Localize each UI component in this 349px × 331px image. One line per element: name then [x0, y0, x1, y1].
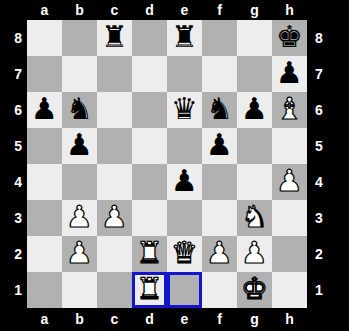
white-knight-icon[interactable]: ♞	[241, 202, 268, 232]
square-e6[interactable]: ♛	[167, 92, 202, 128]
square-f5[interactable]: ♟	[202, 128, 237, 164]
square-c3[interactable]: ♟	[97, 200, 132, 236]
rank-label-left-3: 3	[0, 200, 22, 236]
square-e4[interactable]: ♟	[167, 164, 202, 200]
square-b4[interactable]	[62, 164, 97, 200]
rank-label-right-4: 4	[315, 164, 345, 200]
square-c2[interactable]	[97, 236, 132, 272]
square-b3[interactable]: ♟	[62, 200, 97, 236]
black-knight-icon[interactable]: ♞	[206, 94, 233, 124]
file-label-bottom-f: f	[202, 308, 237, 331]
square-b8[interactable]	[62, 20, 97, 56]
square-g7[interactable]	[237, 56, 272, 92]
square-f1[interactable]	[202, 272, 237, 308]
square-d3[interactable]	[132, 200, 167, 236]
square-c7[interactable]	[97, 56, 132, 92]
square-d8[interactable]	[132, 20, 167, 56]
square-h4[interactable]: ♟	[272, 164, 307, 200]
white-bishop-icon[interactable]: ♝	[276, 94, 303, 124]
black-pawn-icon[interactable]: ♟	[66, 130, 93, 160]
white-rook-icon[interactable]: ♜	[136, 274, 163, 304]
file-label-top-e: e	[167, 0, 202, 20]
black-pawn-icon[interactable]: ♟	[171, 166, 198, 196]
square-b1[interactable]	[62, 272, 97, 308]
square-f7[interactable]	[202, 56, 237, 92]
black-rook-icon[interactable]: ♜	[101, 22, 128, 52]
chess-board: ♜♜♚♟♟♞♛♞♟♝♟♟♟♟♟♟♞♟♜♛♟♟♜♚	[27, 20, 307, 308]
square-c4[interactable]	[97, 164, 132, 200]
square-d6[interactable]	[132, 92, 167, 128]
square-b6[interactable]: ♞	[62, 92, 97, 128]
white-pawn-icon[interactable]: ♟	[206, 238, 233, 268]
square-h5[interactable]	[272, 128, 307, 164]
square-g6[interactable]: ♟	[237, 92, 272, 128]
square-g4[interactable]	[237, 164, 272, 200]
file-label-top-g: g	[237, 0, 272, 20]
white-rook-icon[interactable]: ♜	[136, 238, 163, 268]
square-e1[interactable]	[167, 272, 202, 308]
square-c5[interactable]	[97, 128, 132, 164]
square-a3[interactable]	[27, 200, 62, 236]
black-queen-icon[interactable]: ♛	[171, 94, 198, 124]
rank-label-right-5: 5	[315, 128, 345, 164]
rank-label-right-6: 6	[315, 92, 345, 128]
square-g3[interactable]: ♞	[237, 200, 272, 236]
square-h1[interactable]	[272, 272, 307, 308]
square-c8[interactable]: ♜	[97, 20, 132, 56]
black-pawn-icon[interactable]: ♟	[276, 58, 303, 88]
square-f8[interactable]	[202, 20, 237, 56]
square-g5[interactable]	[237, 128, 272, 164]
chess-diagram: abcdefgh 87654321 ♜♜♚♟♟♞♛♞♟♝♟♟♟♟♟♟♞♟♜♛♟♟…	[0, 0, 349, 331]
white-pawn-icon[interactable]: ♟	[241, 238, 268, 268]
square-c6[interactable]	[97, 92, 132, 128]
rank-label-right-7: 7	[315, 56, 345, 92]
square-h3[interactable]	[272, 200, 307, 236]
file-label-bottom-a: a	[27, 308, 62, 331]
rank-label-right-1: 1	[315, 272, 345, 308]
square-g1[interactable]: ♚	[237, 272, 272, 308]
square-a8[interactable]	[27, 20, 62, 56]
white-pawn-icon[interactable]: ♟	[101, 202, 128, 232]
file-label-top-c: c	[97, 0, 132, 20]
square-d4[interactable]	[132, 164, 167, 200]
square-a2[interactable]	[27, 236, 62, 272]
square-a7[interactable]	[27, 56, 62, 92]
square-e3[interactable]	[167, 200, 202, 236]
rank-label-right-2: 2	[315, 236, 345, 272]
square-e7[interactable]	[167, 56, 202, 92]
square-e2[interactable]: ♛	[167, 236, 202, 272]
square-b2[interactable]: ♟	[62, 236, 97, 272]
file-label-bottom-e: e	[167, 308, 202, 331]
white-pawn-icon[interactable]: ♟	[66, 202, 93, 232]
white-king-icon[interactable]: ♚	[241, 274, 268, 304]
rank-label-left-4: 4	[0, 164, 22, 200]
file-label-bottom-d: d	[132, 308, 167, 331]
square-a1[interactable]	[27, 272, 62, 308]
square-d7[interactable]	[132, 56, 167, 92]
rank-label-left-1: 1	[0, 272, 22, 308]
white-pawn-icon[interactable]: ♟	[66, 238, 93, 268]
square-f4[interactable]	[202, 164, 237, 200]
black-knight-icon[interactable]: ♞	[66, 94, 93, 124]
square-h7[interactable]: ♟	[272, 56, 307, 92]
file-label-bottom-h: h	[272, 308, 307, 331]
square-b7[interactable]	[62, 56, 97, 92]
file-label-top-a: a	[27, 0, 62, 20]
rank-labels-right: 87654321	[307, 20, 345, 308]
square-e8[interactable]: ♜	[167, 20, 202, 56]
black-rook-icon[interactable]: ♜	[171, 22, 198, 52]
square-a4[interactable]	[27, 164, 62, 200]
square-d1[interactable]: ♜	[132, 272, 167, 308]
rank-label-left-5: 5	[0, 128, 22, 164]
file-label-bottom-g: g	[237, 308, 272, 331]
file-labels-bottom: abcdefgh	[27, 308, 307, 331]
rank-label-right-3: 3	[315, 200, 345, 236]
square-g8[interactable]	[237, 20, 272, 56]
square-e5[interactable]	[167, 128, 202, 164]
rank-label-left-6: 6	[0, 92, 22, 128]
file-label-bottom-b: b	[62, 308, 97, 331]
file-label-bottom-c: c	[97, 308, 132, 331]
file-label-top-b: b	[62, 0, 97, 20]
rank-label-left-7: 7	[0, 56, 22, 92]
square-d5[interactable]	[132, 128, 167, 164]
white-queen-icon[interactable]: ♛	[171, 238, 198, 268]
square-f2[interactable]: ♟	[202, 236, 237, 272]
white-pawn-icon[interactable]: ♟	[276, 166, 303, 196]
square-h6[interactable]: ♝	[272, 92, 307, 128]
file-label-top-h: h	[272, 0, 307, 20]
square-h8[interactable]: ♚	[272, 20, 307, 56]
square-a5[interactable]	[27, 128, 62, 164]
black-king-icon[interactable]: ♚	[276, 22, 303, 52]
rank-label-right-8: 8	[315, 20, 345, 56]
square-b5[interactable]: ♟	[62, 128, 97, 164]
file-labels-top: abcdefgh	[27, 0, 307, 20]
square-d2[interactable]: ♜	[132, 236, 167, 272]
square-f6[interactable]: ♞	[202, 92, 237, 128]
file-label-top-f: f	[202, 0, 237, 20]
black-pawn-icon[interactable]: ♟	[206, 130, 233, 160]
rank-label-left-8: 8	[0, 20, 22, 56]
square-c1[interactable]	[97, 272, 132, 308]
rank-labels-left: 87654321	[0, 20, 22, 308]
rank-label-left-2: 2	[0, 236, 22, 272]
black-pawn-icon[interactable]: ♟	[31, 94, 58, 124]
black-pawn-icon[interactable]: ♟	[241, 94, 268, 124]
square-h2[interactable]	[272, 236, 307, 272]
file-label-top-d: d	[132, 0, 167, 20]
square-a6[interactable]: ♟	[27, 92, 62, 128]
square-f3[interactable]	[202, 200, 237, 236]
square-g2[interactable]: ♟	[237, 236, 272, 272]
